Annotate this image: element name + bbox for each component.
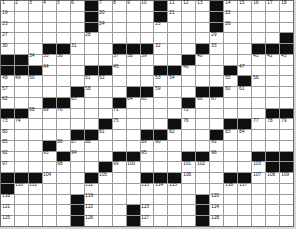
cell-r14c18[interactable] <box>238 141 251 151</box>
cell-r10c10[interactable]: 64 <box>127 98 140 108</box>
cell-r12c12[interactable] <box>154 119 167 129</box>
cell-r2c5[interactable] <box>57 12 70 22</box>
cell-r17c4[interactable]: 104 <box>43 173 56 183</box>
cell-r6c21[interactable]: 43 <box>280 55 293 65</box>
cell-r2c2[interactable] <box>15 12 28 22</box>
cell-r10c8[interactable] <box>99 98 112 108</box>
cell-r21c17[interactable] <box>224 216 237 226</box>
cell-r3c11[interactable] <box>141 23 154 33</box>
cell-r17c19[interactable]: 107 <box>252 173 265 183</box>
cell-r11c16[interactable] <box>210 109 223 119</box>
cell-r1c3[interactable]: 3 <box>29 1 42 11</box>
cell-r1c21[interactable]: 18 <box>280 1 293 11</box>
cell-r4c6[interactable] <box>71 33 84 43</box>
cell-r9c19[interactable] <box>252 87 265 97</box>
cell-r6c13[interactable] <box>168 55 181 65</box>
cell-r11c6[interactable] <box>71 109 84 119</box>
cell-r8c3[interactable]: 50 <box>29 76 42 86</box>
cell-r4c2[interactable] <box>15 33 28 43</box>
cell-r6c16[interactable] <box>210 55 223 65</box>
cell-r2c21[interactable] <box>280 12 293 22</box>
cell-r2c1[interactable]: 19 <box>1 12 14 22</box>
cell-r14c10[interactable] <box>127 141 140 151</box>
cell-r17c5[interactable] <box>57 173 70 183</box>
cell-r21c4[interactable] <box>43 216 56 226</box>
cell-r9c5[interactable] <box>57 87 70 97</box>
cell-r4c18[interactable] <box>238 33 251 43</box>
cell-r19c13[interactable] <box>168 195 181 205</box>
cell-r21c18[interactable] <box>238 216 251 226</box>
cell-r1c15[interactable]: 13 <box>196 1 209 11</box>
cell-r14c5[interactable]: 86 <box>57 141 70 151</box>
cell-r14c15[interactable] <box>196 141 209 151</box>
cell-r2c11[interactable] <box>141 12 154 22</box>
cell-r18c10[interactable] <box>127 184 140 194</box>
cell-r9c21[interactable] <box>280 87 293 97</box>
cell-r16c1[interactable]: 97 <box>1 162 14 172</box>
cell-r17c16[interactable] <box>210 173 223 183</box>
cell-r18c19[interactable] <box>252 184 265 194</box>
cell-r3c5[interactable] <box>57 23 70 33</box>
cell-r4c19[interactable] <box>252 33 265 43</box>
cell-r5c1[interactable]: 30 <box>1 44 14 54</box>
cell-r1c2[interactable]: 2 <box>15 1 28 11</box>
cell-r15c6[interactable]: 94 <box>71 152 84 162</box>
cell-r14c7[interactable]: 88 <box>85 141 98 151</box>
cell-r16c2[interactable] <box>15 162 28 172</box>
cell-r14c8[interactable] <box>99 141 112 151</box>
cell-r10c20[interactable] <box>266 98 279 108</box>
cell-r5c17[interactable] <box>224 44 237 54</box>
cell-r14c16[interactable]: 91 <box>210 141 223 151</box>
cell-r18c11[interactable]: 113 <box>141 184 154 194</box>
cell-r11c19[interactable] <box>252 109 265 119</box>
cell-r4c9[interactable] <box>113 33 126 43</box>
cell-r14c11[interactable]: 89 <box>141 141 154 151</box>
cell-r7c18[interactable]: 47 <box>238 66 251 76</box>
cell-r8c15[interactable] <box>196 76 209 86</box>
cell-r11c11[interactable] <box>141 109 154 119</box>
cell-r13c3[interactable] <box>29 130 42 140</box>
cell-r8c7[interactable]: 51 <box>85 76 98 86</box>
cell-r15c2[interactable] <box>15 152 28 162</box>
cell-r8c2[interactable]: 49 <box>15 76 28 86</box>
cell-r12c7[interactable] <box>85 119 98 129</box>
cell-r20c12[interactable] <box>154 205 167 215</box>
cell-r6c10[interactable]: 38 <box>127 55 140 65</box>
cell-r7c10[interactable] <box>127 66 140 76</box>
cell-r17c10[interactable] <box>127 173 140 183</box>
cell-r21c19[interactable] <box>252 216 265 226</box>
cell-r9c12[interactable]: 59 <box>154 87 167 97</box>
cell-r7c6[interactable] <box>71 66 84 76</box>
cell-r1c9[interactable]: 8 <box>113 1 126 11</box>
cell-r18c12[interactable]: 114 <box>154 184 167 194</box>
cell-r12c15[interactable] <box>196 119 209 129</box>
cell-r5c16[interactable]: 33 <box>210 44 223 54</box>
cell-r18c15[interactable] <box>196 184 209 194</box>
cell-r21c21[interactable] <box>280 216 293 226</box>
cell-r2c4[interactable] <box>43 12 56 22</box>
cell-r7c21[interactable] <box>280 66 293 76</box>
cell-r14c12[interactable]: 90 <box>154 141 167 151</box>
cell-r13c10[interactable] <box>127 130 140 140</box>
cell-r8c20[interactable] <box>266 76 279 86</box>
cell-r5c8[interactable] <box>99 44 112 54</box>
cell-r17c14[interactable]: 106 <box>182 173 195 183</box>
cell-r6c5[interactable]: 36 <box>57 55 70 65</box>
cell-r20c16[interactable]: 124 <box>210 205 223 215</box>
cell-r2c9[interactable] <box>113 12 126 22</box>
cell-r5c6[interactable]: 31 <box>71 44 84 54</box>
cell-r3c20[interactable] <box>266 23 279 33</box>
cell-r12c1[interactable]: 73 <box>1 119 14 129</box>
cell-r18c20[interactable] <box>266 184 279 194</box>
cell-r12c20[interactable]: 78 <box>266 119 279 129</box>
cell-r2c10[interactable] <box>127 12 140 22</box>
cell-r20c17[interactable] <box>224 205 237 215</box>
cell-r16c18[interactable] <box>238 162 251 172</box>
cell-r13c1[interactable]: 80 <box>1 130 14 140</box>
cell-r16c11[interactable] <box>141 162 154 172</box>
cell-r10c15[interactable]: 66 <box>196 98 209 108</box>
cell-r4c4[interactable] <box>43 33 56 43</box>
cell-r10c17[interactable] <box>224 98 237 108</box>
cell-r4c14[interactable] <box>182 33 195 43</box>
cell-r21c7[interactable]: 126 <box>85 216 98 226</box>
cell-r4c3[interactable] <box>29 33 42 43</box>
cell-r14c1[interactable]: 85 <box>1 141 14 151</box>
cell-r6c8[interactable] <box>99 55 112 65</box>
cell-r12c21[interactable]: 79 <box>280 119 293 129</box>
cell-r11c4[interactable]: 69 <box>43 109 56 119</box>
cell-r2c3[interactable] <box>29 12 42 22</box>
cell-r18c6[interactable] <box>71 184 84 194</box>
cell-r16c4[interactable] <box>43 162 56 172</box>
cell-r8c17[interactable]: 55 <box>224 76 237 86</box>
cell-r11c17[interactable] <box>224 109 237 119</box>
cell-r12c11[interactable] <box>141 119 154 129</box>
cell-r9c1[interactable]: 57 <box>1 87 14 97</box>
cell-r14c9[interactable] <box>113 141 126 151</box>
cell-r1c18[interactable]: 15 <box>238 1 251 11</box>
cell-r19c2[interactable] <box>15 195 28 205</box>
cell-r15c3[interactable] <box>29 152 42 162</box>
cell-r4c13[interactable] <box>168 33 181 43</box>
cell-r5c12[interactable]: 32 <box>154 44 167 54</box>
cell-r17c9[interactable] <box>113 173 126 183</box>
cell-r9c13[interactable] <box>168 87 181 97</box>
cell-r11c3[interactable]: 68 <box>29 109 42 119</box>
cell-r11c10[interactable] <box>127 109 140 119</box>
cell-r11c5[interactable]: 70 <box>57 109 70 119</box>
cell-r19c1[interactable]: 118 <box>1 195 14 205</box>
cell-r20c14[interactable] <box>182 205 195 215</box>
cell-r4c7[interactable]: 28 <box>85 33 98 43</box>
cell-r10c2[interactable] <box>15 98 28 108</box>
cell-r8c5[interactable] <box>57 76 70 86</box>
cell-r21c1[interactable]: 125 <box>1 216 14 226</box>
cell-r9c17[interactable]: 60 <box>224 87 237 97</box>
cell-r7c9[interactable]: 45 <box>113 66 126 76</box>
cell-r3c2[interactable] <box>15 23 28 33</box>
cell-r10c16[interactable]: 67 <box>210 98 223 108</box>
cell-r3c17[interactable]: 26 <box>224 23 237 33</box>
cell-r6c15[interactable]: 40 <box>196 55 209 65</box>
cell-r6c3[interactable]: 34 <box>29 55 42 65</box>
cell-r2c18[interactable] <box>238 12 251 22</box>
cell-r10c19[interactable] <box>252 98 265 108</box>
cell-r14c2[interactable] <box>15 141 28 151</box>
cell-r2c14[interactable] <box>182 12 195 22</box>
cell-r3c12[interactable]: 25 <box>154 23 167 33</box>
cell-r6c20[interactable]: 42 <box>266 55 279 65</box>
cell-r7c15[interactable] <box>196 66 209 76</box>
cell-r16c10[interactable]: 100 <box>127 162 140 172</box>
cell-r6c19[interactable]: 41 <box>252 55 265 65</box>
cell-r11c12[interactable] <box>154 109 167 119</box>
cell-r1c8[interactable]: 7 <box>99 1 112 11</box>
cell-r8c16[interactable] <box>210 76 223 86</box>
cell-r2c13[interactable]: 21 <box>168 12 181 22</box>
cell-r7c20[interactable] <box>266 66 279 76</box>
cell-r14c14[interactable] <box>182 141 195 151</box>
cell-r19c16[interactable]: 120 <box>210 195 223 205</box>
cell-r8c13[interactable]: 54 <box>168 76 181 86</box>
cell-r13c18[interactable]: 84 <box>238 130 251 140</box>
cell-r16c7[interactable] <box>85 162 98 172</box>
cell-r8c9[interactable] <box>113 76 126 86</box>
cell-r3c18[interactable] <box>238 23 251 33</box>
cell-r14c17[interactable] <box>224 141 237 151</box>
cell-r3c19[interactable] <box>252 23 265 33</box>
cell-r8c4[interactable] <box>43 76 56 86</box>
cell-r20c2[interactable] <box>15 205 28 215</box>
cell-r13c2[interactable] <box>15 130 28 140</box>
cell-r6c11[interactable]: 39 <box>141 55 154 65</box>
cell-r19c19[interactable] <box>252 195 265 205</box>
cell-r8c11[interactable] <box>141 76 154 86</box>
cell-r3c14[interactable] <box>182 23 195 33</box>
cell-r11c9[interactable]: 71 <box>113 109 126 119</box>
cell-r20c5[interactable] <box>57 205 70 215</box>
cell-r18c18[interactable]: 117 <box>238 184 251 194</box>
cell-r3c10[interactable] <box>127 23 140 33</box>
cell-r18c3[interactable]: 111 <box>29 184 42 194</box>
cell-r9c20[interactable] <box>266 87 279 97</box>
cell-r17c21[interactable]: 109 <box>280 173 293 183</box>
cell-r10c12[interactable] <box>154 98 167 108</box>
cell-r6c18[interactable] <box>238 55 251 65</box>
cell-r4c12[interactable] <box>154 33 167 43</box>
cell-r4c1[interactable]: 27 <box>1 33 14 43</box>
cell-r21c3[interactable] <box>29 216 42 226</box>
cell-r16c3[interactable] <box>29 162 42 172</box>
cell-r1c4[interactable]: 4 <box>43 1 56 11</box>
cell-r18c9[interactable] <box>113 184 126 194</box>
cell-r5c2[interactable] <box>15 44 28 54</box>
cell-r8c12[interactable]: 53 <box>154 76 167 86</box>
cell-r17c15[interactable] <box>196 173 209 183</box>
cell-r16c19[interactable]: 103 <box>252 162 265 172</box>
cell-r12c3[interactable] <box>29 119 42 129</box>
cell-r20c13[interactable] <box>168 205 181 215</box>
cell-r4c10[interactable] <box>127 33 140 43</box>
cell-r18c14[interactable] <box>182 184 195 194</box>
cell-r2c19[interactable] <box>252 12 265 22</box>
cell-r4c20[interactable] <box>266 33 279 43</box>
cell-r6c4[interactable]: 35 <box>43 55 56 65</box>
cell-r20c3[interactable] <box>29 205 42 215</box>
cell-r15c18[interactable] <box>238 152 251 162</box>
cell-r4c5[interactable] <box>57 33 70 43</box>
cell-r20c4[interactable] <box>43 205 56 215</box>
cell-r21c5[interactable] <box>57 216 70 226</box>
cell-r15c7[interactable] <box>85 152 98 162</box>
cell-r1c11[interactable]: 10 <box>141 1 154 11</box>
cell-r21c9[interactable] <box>113 216 126 226</box>
cell-r20c18[interactable] <box>238 205 251 215</box>
cell-r16c13[interactable] <box>168 162 181 172</box>
cell-r14c13[interactable] <box>168 141 181 151</box>
cell-r12c9[interactable]: 75 <box>113 119 126 129</box>
cell-r19c3[interactable] <box>29 195 42 205</box>
cell-r16c15[interactable]: 102 <box>196 162 209 172</box>
cell-r6c7[interactable] <box>85 55 98 65</box>
cell-r13c20[interactable] <box>266 130 279 140</box>
cell-r8c14[interactable] <box>182 76 195 86</box>
cell-r18c7[interactable]: 112 <box>85 184 98 194</box>
cell-r12c6[interactable] <box>71 119 84 129</box>
cell-r19c11[interactable] <box>141 195 154 205</box>
cell-r21c11[interactable]: 127 <box>141 216 154 226</box>
cell-r2c17[interactable]: 22 <box>224 12 237 22</box>
cell-r9c18[interactable]: 61 <box>238 87 251 97</box>
cell-r12c4[interactable] <box>43 119 56 129</box>
cell-r12c16[interactable] <box>210 119 223 129</box>
cell-r4c16[interactable]: 29 <box>210 33 223 43</box>
cell-r7c19[interactable] <box>252 66 265 76</box>
cell-r14c21[interactable] <box>280 141 293 151</box>
cell-r1c5[interactable]: 5 <box>57 1 70 11</box>
cell-r13c17[interactable]: 83 <box>224 130 237 140</box>
cell-r21c12[interactable] <box>154 216 167 226</box>
cell-r11c15[interactable] <box>196 109 209 119</box>
cell-r13c5[interactable] <box>57 130 70 140</box>
cell-r1c1[interactable]: 1 <box>1 1 14 11</box>
cell-r11c8[interactable] <box>99 109 112 119</box>
cell-r1c20[interactable]: 17 <box>266 1 279 11</box>
cell-r13c8[interactable]: 81 <box>99 130 112 140</box>
cell-r1c10[interactable]: 9 <box>127 1 140 11</box>
cell-r16c9[interactable]: 99 <box>113 162 126 172</box>
cell-r6c12[interactable] <box>154 55 167 65</box>
cell-r14c6[interactable]: 87 <box>71 141 84 151</box>
cell-r18c8[interactable] <box>99 184 112 194</box>
cell-r19c5[interactable] <box>57 195 70 205</box>
cell-r3c6[interactable] <box>71 23 84 33</box>
cell-r8c10[interactable] <box>127 76 140 86</box>
cell-r13c15[interactable] <box>196 130 209 140</box>
cell-r13c13[interactable]: 82 <box>168 130 181 140</box>
cell-r1c14[interactable]: 12 <box>182 1 195 11</box>
cell-r20c1[interactable]: 121 <box>1 205 14 215</box>
cell-r13c9[interactable] <box>113 130 126 140</box>
cell-r8c8[interactable]: 52 <box>99 76 112 86</box>
cell-r10c6[interactable]: 63 <box>71 98 84 108</box>
cell-r9c7[interactable]: 58 <box>85 87 98 97</box>
cell-r1c13[interactable]: 11 <box>168 1 181 11</box>
cell-r13c21[interactable] <box>280 130 293 140</box>
cell-r21c14[interactable] <box>182 216 195 226</box>
cell-r9c3[interactable] <box>29 87 42 97</box>
cell-r20c19[interactable] <box>252 205 265 215</box>
cell-r19c12[interactable] <box>154 195 167 205</box>
cell-r5c18[interactable] <box>238 44 251 54</box>
cell-r3c13[interactable] <box>168 23 181 33</box>
cell-r1c19[interactable]: 16 <box>252 1 265 11</box>
cell-r16c6[interactable] <box>71 162 84 172</box>
cell-r4c15[interactable] <box>196 33 209 43</box>
cell-r2c20[interactable] <box>266 12 279 22</box>
cell-r12c5[interactable] <box>57 119 70 129</box>
cell-r15c8[interactable] <box>99 152 112 162</box>
cell-r21c20[interactable] <box>266 216 279 226</box>
cell-r18c5[interactable] <box>57 184 70 194</box>
cell-r6c17[interactable] <box>224 55 237 65</box>
cell-r10c1[interactable]: 62 <box>1 98 14 108</box>
cell-r16c14[interactable]: 101 <box>182 162 195 172</box>
cell-r11c14[interactable]: 72 <box>182 109 195 119</box>
cell-r21c16[interactable]: 128 <box>210 216 223 226</box>
cell-r12c2[interactable]: 74 <box>15 119 28 129</box>
cell-r6c9[interactable]: 37 <box>113 55 126 65</box>
cell-r15c11[interactable]: 95 <box>141 152 154 162</box>
cell-r2c8[interactable]: 20 <box>99 12 112 22</box>
cell-r9c8[interactable] <box>99 87 112 97</box>
cell-r20c8[interactable] <box>99 205 112 215</box>
cell-r8c6[interactable] <box>71 76 84 86</box>
cell-r19c18[interactable] <box>238 195 251 205</box>
cell-r15c4[interactable]: 93 <box>43 152 56 162</box>
cell-r2c15[interactable] <box>196 12 209 22</box>
cell-r18c13[interactable]: 115 <box>168 184 181 194</box>
cell-r3c9[interactable] <box>113 23 126 33</box>
cell-r1c17[interactable]: 14 <box>224 1 237 11</box>
cell-r9c2[interactable] <box>15 87 28 97</box>
cell-r18c4[interactable] <box>43 184 56 194</box>
cell-r3c4[interactable] <box>43 23 56 33</box>
cell-r9c14[interactable] <box>182 87 195 97</box>
cell-r13c14[interactable] <box>182 130 195 140</box>
cell-r10c11[interactable]: 65 <box>141 98 154 108</box>
cell-r21c13[interactable] <box>168 216 181 226</box>
cell-r3c21[interactable] <box>280 23 293 33</box>
cell-r19c17[interactable] <box>224 195 237 205</box>
cell-r21c2[interactable] <box>15 216 28 226</box>
cell-r18c21[interactable] <box>280 184 293 194</box>
cell-r18c17[interactable]: 116 <box>224 184 237 194</box>
cell-r9c9[interactable] <box>113 87 126 97</box>
cell-r3c15[interactable] <box>196 23 209 33</box>
cell-r14c19[interactable] <box>252 141 265 151</box>
cell-r19c20[interactable] <box>266 195 279 205</box>
cell-r8c21[interactable] <box>280 76 293 86</box>
cell-r21c8[interactable] <box>99 216 112 226</box>
cell-r3c3[interactable] <box>29 23 42 33</box>
cell-r18c16[interactable] <box>210 184 223 194</box>
cell-r7c4[interactable]: 44 <box>43 66 56 76</box>
